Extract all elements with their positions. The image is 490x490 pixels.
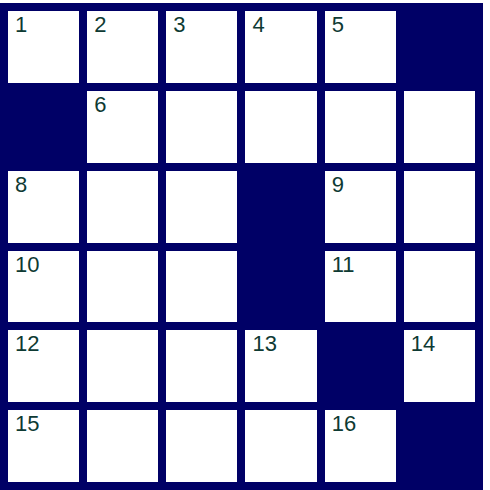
clue-number: 13: [245, 330, 316, 355]
open-cell[interactable]: [166, 251, 237, 323]
open-cell[interactable]: 8: [8, 171, 79, 243]
clue-number: 11: [325, 251, 396, 276]
open-cell[interactable]: [87, 410, 158, 482]
open-cell[interactable]: 3: [166, 11, 237, 83]
blocked-cell: [8, 91, 79, 163]
crossword-board: 1234568910111213141516: [0, 3, 483, 490]
clue-number: 4: [245, 11, 316, 36]
blocked-cell: [325, 330, 396, 402]
clue-number: 8: [8, 171, 79, 196]
clue-number: 6: [87, 91, 158, 116]
open-cell[interactable]: [245, 410, 316, 482]
open-cell[interactable]: 5: [325, 11, 396, 83]
open-cell[interactable]: 2: [87, 11, 158, 83]
crossword-page: 1234568910111213141516: [0, 0, 490, 490]
open-cell[interactable]: [404, 171, 475, 243]
open-cell[interactable]: [166, 171, 237, 243]
open-cell[interactable]: [325, 91, 396, 163]
open-cell[interactable]: [166, 330, 237, 402]
open-cell[interactable]: 10: [8, 251, 79, 323]
open-cell[interactable]: 11: [325, 251, 396, 323]
clue-number: 9: [325, 171, 396, 196]
clue-number: 5: [325, 11, 396, 36]
open-cell[interactable]: [87, 171, 158, 243]
open-cell[interactable]: [245, 91, 316, 163]
open-cell[interactable]: 1: [8, 11, 79, 83]
open-cell[interactable]: [404, 91, 475, 163]
clue-number: 10: [8, 251, 79, 276]
open-cell[interactable]: [166, 410, 237, 482]
open-cell[interactable]: 4: [245, 11, 316, 83]
open-cell[interactable]: 6: [87, 91, 158, 163]
blocked-cell: [245, 171, 316, 243]
blocked-cell: [404, 410, 475, 482]
clue-number: 12: [8, 330, 79, 355]
open-cell[interactable]: [87, 251, 158, 323]
open-cell[interactable]: 12: [8, 330, 79, 402]
blocked-cell: [404, 11, 475, 83]
open-cell[interactable]: 15: [8, 410, 79, 482]
open-cell[interactable]: [166, 91, 237, 163]
clue-number: 15: [8, 410, 79, 435]
clue-number: 3: [166, 11, 237, 36]
open-cell[interactable]: 9: [325, 171, 396, 243]
open-cell[interactable]: 16: [325, 410, 396, 482]
clue-number: 14: [404, 330, 475, 355]
clue-number: 16: [325, 410, 396, 435]
open-cell[interactable]: 14: [404, 330, 475, 402]
open-cell[interactable]: [404, 251, 475, 323]
clue-number: 2: [87, 11, 158, 36]
open-cell[interactable]: [87, 330, 158, 402]
clue-number: 1: [8, 11, 79, 36]
open-cell[interactable]: 13: [245, 330, 316, 402]
blocked-cell: [245, 251, 316, 323]
